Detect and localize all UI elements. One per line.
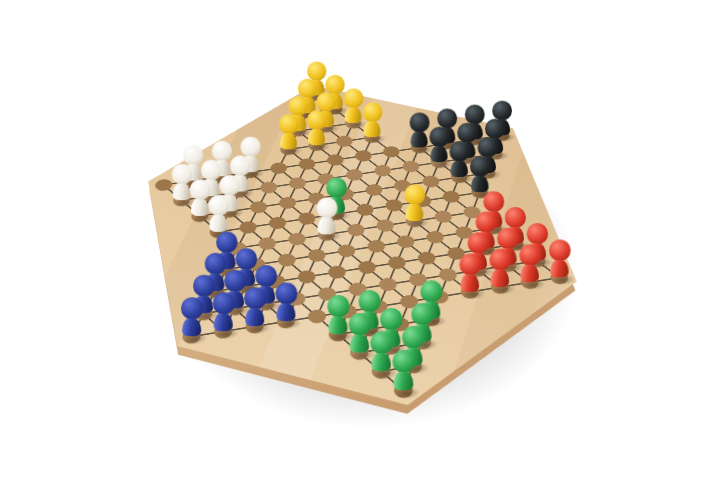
peg-head bbox=[475, 211, 496, 232]
peg-head bbox=[459, 254, 481, 276]
peg-base bbox=[550, 260, 569, 277]
peg-head bbox=[549, 240, 571, 262]
peg-head bbox=[492, 101, 512, 121]
peg-head bbox=[316, 92, 336, 112]
peg-head bbox=[477, 137, 497, 157]
peg-head bbox=[485, 119, 505, 139]
peg-base bbox=[394, 372, 414, 391]
peg-head bbox=[470, 156, 491, 177]
peg-head bbox=[244, 287, 266, 309]
peg-head bbox=[362, 102, 382, 122]
photo-scene bbox=[0, 0, 720, 480]
peg-base bbox=[209, 215, 227, 232]
peg-base bbox=[460, 274, 479, 292]
peg-head bbox=[208, 195, 229, 216]
peg-head bbox=[219, 175, 240, 196]
peg-head bbox=[467, 232, 489, 254]
peg-base bbox=[490, 270, 509, 288]
peg-base bbox=[371, 353, 391, 371]
peg-head bbox=[306, 110, 326, 130]
peg-base bbox=[430, 146, 447, 162]
peg-base bbox=[520, 265, 539, 283]
peg-head bbox=[519, 244, 541, 266]
peg-head bbox=[230, 156, 251, 177]
peg-base bbox=[245, 308, 264, 326]
peg-head bbox=[411, 303, 433, 325]
peg-base bbox=[450, 161, 467, 177]
chinese-checkers-board bbox=[103, 55, 652, 453]
peg-base bbox=[280, 133, 297, 149]
peg-head bbox=[316, 197, 337, 218]
peg-base bbox=[364, 121, 381, 137]
peg-head bbox=[275, 282, 297, 304]
peg-head bbox=[404, 184, 425, 205]
peg-head bbox=[497, 228, 518, 249]
peg-head bbox=[483, 191, 504, 212]
peg-base bbox=[276, 303, 295, 321]
peg-base bbox=[214, 313, 233, 331]
peg-head bbox=[326, 177, 347, 198]
peg-head bbox=[392, 350, 415, 373]
peg-head bbox=[180, 297, 202, 319]
peg-head bbox=[212, 292, 234, 314]
peg-base bbox=[182, 318, 201, 336]
peg-head bbox=[240, 137, 260, 157]
peg-head bbox=[504, 207, 525, 228]
peg-head bbox=[489, 249, 511, 271]
peg-base bbox=[405, 204, 423, 221]
peg-head bbox=[420, 280, 442, 302]
peg-head bbox=[526, 223, 547, 244]
peg-head bbox=[278, 114, 298, 134]
peg-base bbox=[411, 132, 428, 148]
peg-base bbox=[318, 217, 336, 234]
peg-head bbox=[401, 326, 424, 349]
peg-base bbox=[308, 129, 325, 145]
peg-base bbox=[471, 176, 489, 193]
